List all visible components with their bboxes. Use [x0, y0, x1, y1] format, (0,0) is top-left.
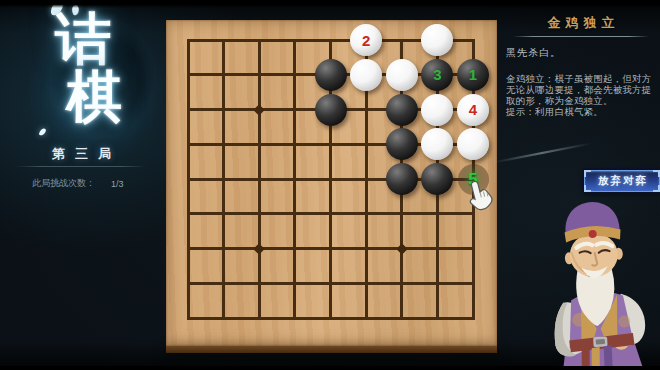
- hint-move-number: 5: [468, 172, 477, 187]
- puzzle-title: 金鸡独立: [506, 14, 656, 32]
- black-stone[interactable]: [421, 163, 453, 195]
- desc-line: 金鸡独立：棋子虽被围起，但对方: [506, 73, 656, 84]
- white-stone[interactable]: [457, 128, 489, 160]
- black-stone[interactable]: 3: [421, 59, 453, 91]
- button-corner-ornament: [653, 185, 660, 192]
- desc-line: 提示：利用白棋气紧。: [506, 106, 656, 117]
- round-label: 第三局: [0, 145, 163, 163]
- button-corner-ornament: [653, 170, 660, 177]
- white-stone[interactable]: 4: [457, 94, 489, 126]
- white-stone[interactable]: [421, 94, 453, 126]
- next-move-hint-spot[interactable]: 5: [458, 164, 489, 195]
- puzzle-description: 金鸡独立：棋子虽被围起，但对方 无论从哪边要提，都会先被我方提 取的形，称为金鸡…: [506, 73, 656, 117]
- go-board-face[interactable]: 23145: [166, 20, 497, 346]
- button-corner-ornament: [584, 170, 591, 177]
- grid-line-horizontal: [187, 247, 475, 250]
- move-number-label: 2: [362, 33, 370, 48]
- puzzle-panel: 金鸡独立 黑先杀白。 金鸡独立：棋子虽被围起，但对方 无论从哪边要提，都会先被我…: [506, 14, 656, 117]
- give-up-button[interactable]: 放弃对弈: [584, 170, 660, 192]
- game-scene: 诘 棋 第三局 此局挑战次数： 1/3 23145 金鸡独立 黑先杀白。 金鸡独…: [0, 0, 660, 370]
- attempts-value: 1/3: [111, 179, 124, 189]
- top-letterbox-bar: [0, 0, 660, 8]
- give-up-button-label: 放弃对弈: [596, 174, 648, 188]
- white-stone[interactable]: [350, 59, 382, 91]
- bottom-letterbox-bar: [0, 366, 660, 370]
- mode-title-char-2: 棋: [50, 64, 138, 128]
- sage-character-illustration: [533, 197, 660, 370]
- puzzle-objective: 黑先杀白。: [506, 46, 656, 60]
- black-stone[interactable]: 1: [457, 59, 489, 91]
- star-point: [254, 243, 265, 254]
- attempts-label: 此局挑战次数：: [32, 177, 95, 190]
- black-stone[interactable]: [386, 94, 418, 126]
- move-number-label: 1: [469, 67, 477, 82]
- black-stone[interactable]: [315, 94, 347, 126]
- desc-line: 无论从哪边要提，都会先被我方提: [506, 84, 656, 95]
- title-underline: [513, 36, 649, 37]
- sidebar-divider: [16, 166, 146, 167]
- black-stone[interactable]: [315, 59, 347, 91]
- star-point: [396, 243, 407, 254]
- white-stone[interactable]: [386, 59, 418, 91]
- move-number-label: 4: [469, 102, 477, 117]
- grid-line-horizontal: [187, 212, 475, 215]
- star-point: [254, 104, 265, 115]
- go-board-side: [166, 346, 497, 353]
- white-stone[interactable]: [421, 24, 453, 56]
- desc-line: 取的形，称为金鸡独立。: [506, 95, 656, 106]
- move-number-label: 3: [433, 67, 441, 82]
- smoke-streak: [493, 142, 592, 163]
- mode-title-calligraphy: 诘 棋: [28, 6, 138, 148]
- grid-line-horizontal: [187, 282, 475, 285]
- white-stone[interactable]: 2: [350, 24, 382, 56]
- grid-line-horizontal: [187, 317, 475, 320]
- white-stone[interactable]: [421, 128, 453, 160]
- black-stone[interactable]: [386, 128, 418, 160]
- button-corner-ornament: [584, 185, 591, 192]
- attempts-row: 此局挑战次数： 1/3: [32, 177, 142, 190]
- mode-title-char-1: 诘: [28, 6, 138, 70]
- black-stone[interactable]: [386, 163, 418, 195]
